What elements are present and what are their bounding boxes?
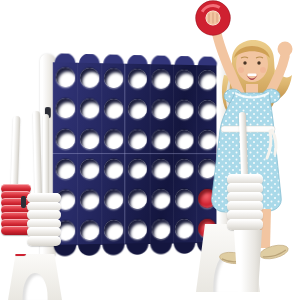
cell-r1-c4	[126, 64, 150, 94]
cell-r5-c3	[102, 184, 126, 214]
empty-hole	[80, 159, 99, 179]
cell-r6-c2	[77, 215, 101, 246]
holder-post	[234, 230, 262, 292]
cell-r6-c5	[149, 214, 173, 244]
empty-hole	[80, 190, 99, 210]
empty-hole	[152, 69, 171, 89]
empty-hole	[104, 159, 123, 179]
disc-rod	[33, 111, 42, 197]
screw-slot	[21, 196, 26, 208]
empty-hole	[104, 129, 123, 149]
cell-r1-c1	[53, 62, 78, 93]
disc-rod	[43, 114, 49, 196]
empty-hole	[152, 189, 171, 209]
cell-r5-c4	[126, 184, 150, 214]
child-fist	[278, 42, 293, 57]
disc-rod	[239, 112, 248, 182]
empty-hole	[128, 219, 147, 239]
cell-r4-c3	[102, 154, 126, 184]
cell-r1-c2	[77, 63, 101, 94]
empty-hole	[104, 99, 123, 119]
cell-r2-c3	[102, 93, 126, 123]
cell-r5-c2	[77, 184, 101, 215]
empty-hole	[152, 159, 171, 179]
cell-r2-c4	[126, 94, 150, 124]
white-disc-stack	[27, 193, 61, 246]
stacked-disc	[227, 219, 263, 230]
cell-r1-c5	[149, 64, 173, 94]
cell-r4-c5	[149, 154, 173, 184]
empty-hole	[55, 68, 74, 88]
empty-hole	[104, 220, 123, 240]
product-photo-stage	[0, 0, 293, 300]
left-disc-holder	[0, 108, 66, 300]
empty-hole	[128, 99, 147, 119]
cell-r3-c5	[149, 124, 173, 154]
empty-hole	[152, 99, 171, 119]
cell-r6-c3	[102, 214, 126, 245]
empty-hole	[80, 68, 99, 88]
empty-hole	[128, 159, 147, 179]
holder-leg	[8, 254, 62, 300]
empty-hole	[152, 219, 171, 239]
white-disc-stack	[227, 174, 263, 230]
cell-r4-c2	[77, 154, 101, 184]
empty-hole	[104, 69, 123, 89]
empty-hole	[80, 98, 99, 118]
empty-hole	[80, 129, 99, 149]
brand-mark	[14, 251, 26, 256]
cell-r3-c2	[77, 124, 101, 154]
empty-hole	[104, 189, 123, 209]
empty-hole	[128, 69, 147, 89]
cell-r4-c4	[126, 154, 150, 184]
cell-r2-c5	[149, 94, 173, 124]
cell-r1-c3	[102, 63, 126, 94]
cell-r6-c4	[126, 214, 150, 244]
empty-hole	[152, 129, 171, 149]
cell-r2-c2	[77, 93, 101, 124]
stacked-disc	[27, 236, 61, 246]
cell-r3-c4	[126, 124, 150, 154]
right-disc-holder	[222, 112, 272, 294]
empty-hole	[128, 189, 147, 209]
empty-hole	[128, 129, 147, 149]
cell-r3-c3	[102, 124, 126, 154]
empty-hole	[80, 220, 99, 240]
cell-r5-c5	[149, 184, 173, 214]
disc-rod	[11, 116, 21, 194]
